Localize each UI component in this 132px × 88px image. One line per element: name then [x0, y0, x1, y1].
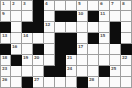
crossword-cell-r8c2[interactable] — [11, 77, 22, 88]
black-cell-r4c7 — [66, 33, 77, 44]
crossword-cell-r2c8[interactable]: 10 — [77, 11, 88, 22]
black-cell-r2c6 — [55, 11, 66, 22]
black-cell-r6c6 — [55, 55, 66, 66]
crossword-cell-r3c10[interactable] — [99, 22, 110, 33]
black-cell-r3c3 — [22, 22, 33, 33]
cell-number: 24 — [67, 66, 72, 71]
crossword-cell-r2c2[interactable] — [11, 11, 22, 22]
black-cell-r8c3 — [22, 77, 33, 88]
black-cell-r3c1 — [0, 22, 11, 33]
black-cell-r6c2 — [11, 55, 22, 66]
crossword-cell-r2c3[interactable] — [22, 11, 33, 22]
crossword-cell-r6c4[interactable]: 20 — [33, 55, 44, 66]
crossword-cell-r1c10[interactable]: 6 — [99, 0, 110, 11]
cell-number: 5 — [78, 1, 81, 6]
cell-number: 7 — [111, 1, 114, 6]
crossword-cell-r6c11[interactable] — [110, 55, 121, 66]
crossword-cell-r6c3[interactable]: 19 — [22, 55, 33, 66]
crossword-cell-r4c12[interactable] — [121, 33, 132, 44]
cell-number: 26 — [2, 77, 7, 82]
black-cell-r4c9 — [88, 33, 99, 44]
black-cell-r5c7 — [66, 44, 77, 55]
crossword-cell-r8c11[interactable] — [110, 77, 121, 88]
cell-number: 9 — [2, 11, 5, 16]
crossword-cell-r8c9[interactable]: 28 — [88, 77, 99, 88]
crossword-cell-r1c7[interactable] — [66, 0, 77, 11]
cell-number: 13 — [2, 33, 7, 38]
crossword-cell-r1c12[interactable]: 8 — [121, 0, 132, 11]
cell-number: 17 — [78, 44, 83, 49]
cell-number: 3 — [23, 1, 26, 6]
crossword-cell-r3c6[interactable] — [55, 22, 66, 33]
crossword-cell-r1c6[interactable] — [55, 0, 66, 11]
crossword-cell-r5c2[interactable]: 16 — [11, 44, 22, 55]
crossword-cell-r4c10[interactable]: 15 — [99, 33, 110, 44]
cell-number: 15 — [100, 33, 105, 38]
crossword-cell-r8c7[interactable] — [66, 77, 77, 88]
crossword-cell-r6c10[interactable] — [99, 55, 110, 66]
cell-number: 25 — [111, 66, 116, 71]
black-cell-r4c6 — [55, 33, 66, 44]
black-cell-r2c9 — [88, 11, 99, 22]
crossword-cell-r8c10[interactable] — [99, 77, 110, 88]
crossword-cell-r7c8[interactable] — [77, 66, 88, 77]
crossword-cell-r4c2[interactable] — [11, 33, 22, 44]
cell-number: 28 — [89, 77, 94, 82]
cell-number: 22 — [122, 55, 127, 60]
crossword-cell-r3c8[interactable] — [77, 22, 88, 33]
crossword-cell-r4c1[interactable]: 13 — [0, 33, 11, 44]
black-cell-r3c11 — [110, 22, 121, 33]
crossword-cell-r2c1[interactable]: 9 — [0, 11, 11, 22]
crossword-cell-r5c3[interactable] — [22, 44, 33, 55]
crossword-cell-r3c7[interactable] — [66, 22, 77, 33]
black-cell-r2c4 — [33, 11, 44, 22]
black-cell-r7c6 — [55, 66, 66, 77]
crossword-cell-r3c9[interactable] — [88, 22, 99, 33]
crossword-cell-r7c9[interactable] — [88, 66, 99, 77]
crossword-cell-r2c12[interactable] — [121, 11, 132, 22]
crossword-cell-r5c5[interactable] — [44, 44, 55, 55]
cell-number: 14 — [23, 33, 28, 38]
black-cell-r5c12 — [121, 44, 132, 55]
cell-number: 4 — [45, 1, 48, 6]
crossword-cell-r8c4[interactable]: 27 — [33, 77, 44, 88]
crossword-cell-r6c5[interactable] — [44, 55, 55, 66]
crossword-cell-r1c11[interactable]: 7 — [110, 0, 121, 11]
black-cell-r7c5 — [44, 66, 55, 77]
crossword-cell-r5c8[interactable]: 17 — [77, 44, 88, 55]
crossword-cell-r7c11[interactable]: 25 — [110, 66, 121, 77]
crossword-cell-r7c1[interactable]: 23 — [0, 66, 11, 77]
crossword-cell-r4c5[interactable] — [44, 33, 55, 44]
crossword-cell-r5c10[interactable] — [99, 44, 110, 55]
black-cell-r5c1 — [0, 44, 11, 55]
black-cell-r4c11 — [110, 33, 121, 44]
crossword-cell-r7c3[interactable] — [22, 66, 33, 77]
crossword-cell-r7c12[interactable] — [121, 66, 132, 77]
black-cell-r8c8 — [77, 77, 88, 88]
crossword-cell-r3c12[interactable] — [121, 22, 132, 33]
crossword-cell-r5c11[interactable] — [110, 44, 121, 55]
crossword-cell-r8c1[interactable]: 26 — [0, 77, 11, 88]
crossword-cell-r6c7[interactable]: 21 — [66, 55, 77, 66]
crossword-cell-r1c9[interactable] — [88, 0, 99, 11]
cell-number: 20 — [34, 55, 39, 60]
crossword-cell-r1c5[interactable]: 4 — [44, 0, 55, 11]
crossword-cell-r2c11[interactable] — [110, 11, 121, 22]
crossword-cell-r6c9[interactable] — [88, 55, 99, 66]
cell-number: 10 — [78, 11, 83, 16]
crossword-cell-r7c7[interactable]: 24 — [66, 66, 77, 77]
crossword-cell-r4c8[interactable] — [77, 33, 88, 44]
crossword-cell-r1c3[interactable]: 3 — [22, 0, 33, 11]
cell-number: 16 — [12, 44, 17, 49]
cell-number: 11 — [100, 11, 105, 16]
crossword-cell-r5c9[interactable] — [88, 44, 99, 55]
crossword-cell-r1c1[interactable]: 1 — [0, 0, 11, 11]
cell-number: 19 — [23, 55, 28, 60]
crossword-cell-r2c5[interactable] — [44, 11, 55, 22]
cell-number: 8 — [122, 1, 125, 6]
crossword-cell-r8c6[interactable] — [55, 77, 66, 88]
crossword-cell-r3c5[interactable]: 12 — [44, 22, 55, 33]
crossword-cell-r8c12[interactable] — [121, 77, 132, 88]
crossword-cell-r3c2[interactable] — [11, 22, 22, 33]
cell-number: 18 — [2, 55, 7, 60]
black-cell-r5c4 — [33, 44, 44, 55]
crossword-cell-r2c10[interactable]: 11 — [99, 11, 110, 22]
black-cell-r3c4 — [33, 22, 44, 33]
crossword-cell-r6c8[interactable] — [77, 55, 88, 66]
crossword-cell-r7c2[interactable] — [11, 66, 22, 77]
crossword-grid: 1234567891011121314151617181920212223242… — [0, 0, 132, 88]
crossword-cell-r4c4[interactable] — [33, 33, 44, 44]
cell-number: 2 — [12, 1, 15, 6]
black-cell-r7c10 — [99, 66, 110, 77]
black-cell-r1c4 — [33, 0, 44, 11]
cell-number: 1 — [2, 1, 5, 6]
black-cell-r5c6 — [55, 44, 66, 55]
crossword-cell-r6c1[interactable]: 18 — [0, 55, 11, 66]
cell-number: 12 — [45, 22, 50, 27]
crossword-cell-r7c4[interactable] — [33, 66, 44, 77]
cell-number: 27 — [34, 77, 39, 82]
cell-number: 23 — [2, 66, 7, 71]
crossword-cell-r8c5[interactable] — [44, 77, 55, 88]
black-cell-r2c7 — [66, 11, 77, 22]
crossword-cell-r1c2[interactable]: 2 — [11, 0, 22, 11]
crossword-cell-r1c8[interactable]: 5 — [77, 0, 88, 11]
crossword-cell-r6c12[interactable]: 22 — [121, 55, 132, 66]
cell-number: 21 — [67, 55, 72, 60]
crossword-cell-r4c3[interactable]: 14 — [22, 33, 33, 44]
cell-number: 6 — [100, 1, 103, 6]
